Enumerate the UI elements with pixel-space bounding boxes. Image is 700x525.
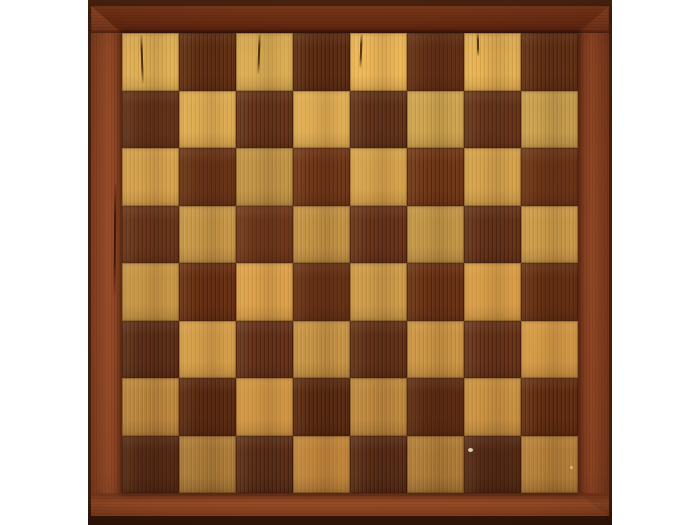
square-d6[interactable] bbox=[293, 148, 350, 206]
square-h6[interactable] bbox=[521, 148, 578, 206]
square-b5[interactable] bbox=[179, 206, 236, 264]
square-a7[interactable] bbox=[122, 91, 179, 149]
square-f2[interactable] bbox=[407, 378, 464, 436]
square-c6[interactable] bbox=[236, 148, 293, 206]
square-g2[interactable] bbox=[464, 378, 521, 436]
square-g7[interactable] bbox=[464, 91, 521, 149]
square-a4[interactable] bbox=[122, 263, 179, 321]
square-b6[interactable] bbox=[179, 148, 236, 206]
square-e4[interactable] bbox=[350, 263, 407, 321]
square-f7[interactable] bbox=[407, 91, 464, 149]
square-d2[interactable] bbox=[293, 378, 350, 436]
square-e6[interactable] bbox=[350, 148, 407, 206]
square-d1[interactable] bbox=[293, 436, 350, 494]
square-b4[interactable] bbox=[179, 263, 236, 321]
chess-board[interactable] bbox=[88, 0, 612, 525]
square-f5[interactable] bbox=[407, 206, 464, 264]
square-c4[interactable] bbox=[236, 263, 293, 321]
square-a1[interactable] bbox=[122, 436, 179, 494]
square-h5[interactable] bbox=[521, 206, 578, 264]
square-h3[interactable] bbox=[521, 321, 578, 379]
square-b1[interactable] bbox=[179, 436, 236, 494]
page-background bbox=[0, 0, 700, 525]
square-g1[interactable] bbox=[464, 436, 521, 494]
square-f6[interactable] bbox=[407, 148, 464, 206]
square-g6[interactable] bbox=[464, 148, 521, 206]
square-f8[interactable] bbox=[407, 33, 464, 91]
square-d8[interactable] bbox=[293, 33, 350, 91]
square-f3[interactable] bbox=[407, 321, 464, 379]
square-b2[interactable] bbox=[179, 378, 236, 436]
board-frame bbox=[91, 6, 609, 516]
square-e7[interactable] bbox=[350, 91, 407, 149]
board-grid bbox=[122, 33, 578, 493]
square-d3[interactable] bbox=[293, 321, 350, 379]
square-c8[interactable] bbox=[236, 33, 293, 91]
square-e2[interactable] bbox=[350, 378, 407, 436]
square-c1[interactable] bbox=[236, 436, 293, 494]
square-c7[interactable] bbox=[236, 91, 293, 149]
square-h2[interactable] bbox=[521, 378, 578, 436]
square-e5[interactable] bbox=[350, 206, 407, 264]
square-a2[interactable] bbox=[122, 378, 179, 436]
square-g4[interactable] bbox=[464, 263, 521, 321]
square-g3[interactable] bbox=[464, 321, 521, 379]
square-c2[interactable] bbox=[236, 378, 293, 436]
square-a6[interactable] bbox=[122, 148, 179, 206]
square-h1[interactable] bbox=[521, 436, 578, 494]
square-f4[interactable] bbox=[407, 263, 464, 321]
square-e1[interactable] bbox=[350, 436, 407, 494]
square-c3[interactable] bbox=[236, 321, 293, 379]
square-a8[interactable] bbox=[122, 33, 179, 91]
square-b8[interactable] bbox=[179, 33, 236, 91]
square-e8[interactable] bbox=[350, 33, 407, 91]
square-a3[interactable] bbox=[122, 321, 179, 379]
square-h4[interactable] bbox=[521, 263, 578, 321]
square-b7[interactable] bbox=[179, 91, 236, 149]
square-d7[interactable] bbox=[293, 91, 350, 149]
square-b3[interactable] bbox=[179, 321, 236, 379]
square-d5[interactable] bbox=[293, 206, 350, 264]
square-f1[interactable] bbox=[407, 436, 464, 494]
square-d4[interactable] bbox=[293, 263, 350, 321]
square-h7[interactable] bbox=[521, 91, 578, 149]
square-c5[interactable] bbox=[236, 206, 293, 264]
square-g5[interactable] bbox=[464, 206, 521, 264]
square-h8[interactable] bbox=[521, 33, 578, 91]
square-a5[interactable] bbox=[122, 206, 179, 264]
square-e3[interactable] bbox=[350, 321, 407, 379]
square-g8[interactable] bbox=[464, 33, 521, 91]
